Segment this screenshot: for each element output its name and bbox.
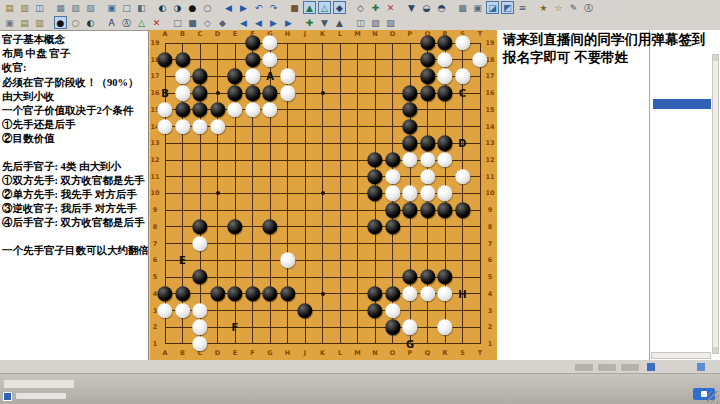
- coord-number-left: 8: [153, 223, 158, 230]
- white-stone[interactable]: [420, 286, 435, 301]
- toolbar-icon[interactable]: ▶: [237, 1, 250, 14]
- lecture-line: 官子基本概念: [2, 33, 147, 47]
- black-stone[interactable]: [157, 286, 172, 301]
- white-stone[interactable]: [472, 52, 487, 67]
- coord-letter-bottom: B: [180, 349, 185, 356]
- black-stone[interactable]: [385, 286, 400, 301]
- black-stone[interactable]: [227, 69, 242, 84]
- black-stone[interactable]: [420, 85, 435, 100]
- grid-line-v: [357, 43, 358, 344]
- white-stone[interactable]: [437, 52, 452, 67]
- toolbar-icon[interactable]: ●: [186, 1, 199, 14]
- lecture-line: [2, 147, 147, 160]
- coord-number-right: 13: [485, 140, 494, 147]
- toolbar-icon[interactable]: ☆: [552, 1, 565, 14]
- coord-letter-bottom: L: [338, 349, 342, 356]
- coord-number-right: 11: [485, 173, 494, 180]
- vertical-scrollbar[interactable]: [712, 54, 719, 354]
- white-stone[interactable]: [157, 102, 172, 117]
- lecture-line: 由大到小收: [2, 90, 147, 104]
- toolbar-icon[interactable]: ◒: [420, 1, 433, 14]
- toolbar-icon[interactable]: ▼: [405, 1, 418, 14]
- white-stone[interactable]: [437, 286, 452, 301]
- coord-letter-top: M: [354, 31, 360, 38]
- coord-number-right: 9: [488, 207, 493, 214]
- coord-number-left: 16: [150, 90, 159, 97]
- white-stone[interactable]: [280, 253, 295, 268]
- toolbar-icon[interactable]: ▣: [3, 16, 16, 29]
- lecture-line: ④后手官子: 双方收官都是后手: [2, 216, 147, 230]
- toolbar-icon[interactable]: ▣: [105, 1, 118, 14]
- black-stone[interactable]: [227, 219, 242, 234]
- coord-letter-top: T: [478, 31, 482, 38]
- black-stone[interactable]: [385, 320, 400, 335]
- status-info-text: [16, 393, 66, 399]
- white-stone[interactable]: [175, 69, 190, 84]
- white-stone[interactable]: [192, 320, 207, 335]
- toolbar-icon[interactable]: ■: [288, 1, 301, 14]
- black-stone[interactable]: [420, 136, 435, 151]
- toolbar-icon[interactable]: ◐: [84, 16, 97, 29]
- toolbar-icon[interactable]: ✚: [369, 1, 382, 14]
- toolbar-icon[interactable]: ▤: [3, 1, 16, 14]
- toolbar-icon[interactable]: ▤: [18, 16, 31, 29]
- grid-line-h: [165, 243, 480, 244]
- toolbar-icon[interactable]: ◇: [201, 16, 214, 29]
- black-stone[interactable]: [437, 85, 452, 100]
- white-stone[interactable]: [385, 169, 400, 184]
- white-stone[interactable]: [175, 85, 190, 100]
- coord-number-right: 10: [485, 190, 494, 197]
- black-stone[interactable]: [245, 85, 260, 100]
- coord-number-left: 13: [150, 140, 159, 147]
- coord-number-left: 10: [150, 190, 159, 197]
- white-stone[interactable]: [157, 303, 172, 318]
- coord-number-right: 1: [488, 340, 493, 347]
- toolbar-separator: [98, 1, 104, 14]
- toolbar-icon[interactable]: ◆: [333, 1, 346, 14]
- coord-number-left: 5: [153, 274, 158, 281]
- right-panel: 请来到直播间的同学们用弹幕签到 报名字即可 不要带姓: [497, 30, 720, 360]
- white-stone[interactable]: [175, 303, 190, 318]
- toolbar-row-1: ▤▥◫▦▧▨▣□◧◐◑●○◀▶↶↷■▲△◆◇✚✕▼◒◓▩▣◪◩≡★☆✎Ⓐ: [2, 1, 596, 16]
- white-stone[interactable]: [385, 186, 400, 201]
- toolbar: ▤▥◫▦▧▨▣□◧◐◑●○◀▶↶↷■▲△◆◇✚✕▼◒◓▩▣◪◩≡★☆✎Ⓐ ▣▤▥…: [0, 0, 720, 31]
- lecture-line: 布局 中盘 官子: [2, 47, 147, 61]
- lecture-line: ②单方先手: 我先手 对方后手: [2, 188, 147, 202]
- go-board[interactable]: AABBCCDDEEFFGGHHJJKKLLMMNNOOPPQQRRSSTT19…: [150, 30, 497, 360]
- coord-number-left: 9: [153, 207, 158, 214]
- grid-line-h: [165, 226, 480, 227]
- black-stone[interactable]: [420, 269, 435, 284]
- coord-number-right: 19: [485, 40, 494, 47]
- white-stone[interactable]: [455, 35, 470, 50]
- lecture-line: ①先手还是后手: [2, 118, 147, 132]
- white-stone[interactable]: [455, 69, 470, 84]
- white-stone[interactable]: [437, 320, 452, 335]
- black-stone[interactable]: [245, 286, 260, 301]
- black-stone[interactable]: [385, 202, 400, 217]
- announcement-line-2: 报名字即可 不要带姓: [503, 49, 719, 67]
- toolbar-icon[interactable]: ▩: [456, 1, 469, 14]
- toolbar-icon[interactable]: ✕: [150, 16, 163, 29]
- lecture-line: 必须在官子阶段收！（90%）: [2, 76, 147, 90]
- black-stone[interactable]: [175, 286, 190, 301]
- black-stone[interactable]: [402, 102, 417, 117]
- coord-number-right: 7: [488, 240, 493, 247]
- white-stone[interactable]: [245, 69, 260, 84]
- black-stone[interactable]: [175, 102, 190, 117]
- black-stone[interactable]: [402, 136, 417, 151]
- toolbar-separator: [215, 1, 221, 14]
- status-mode-text: [4, 380, 74, 388]
- lecture-line: [2, 231, 147, 244]
- toolbar-separator: [47, 1, 53, 14]
- white-stone[interactable]: [245, 102, 260, 117]
- announcement-line-1: 请来到直播间的同学们用弹幕签到: [503, 31, 719, 49]
- toolbar-separator: [347, 1, 353, 14]
- lecture-line: ②目数价值: [2, 132, 147, 146]
- move-list-selected-row[interactable]: [653, 99, 711, 109]
- coord-number-right: 2: [488, 324, 493, 331]
- pager-bar: [0, 361, 720, 374]
- black-stone[interactable]: [385, 219, 400, 234]
- coord-number-right: 14: [485, 123, 494, 130]
- toolbar-icon[interactable]: ◐: [156, 1, 169, 14]
- black-stone[interactable]: [367, 219, 382, 234]
- coord-letter-bottom: A: [162, 349, 167, 356]
- coord-letter-top: H: [285, 31, 290, 38]
- white-stone[interactable]: [420, 169, 435, 184]
- black-stone[interactable]: [367, 169, 382, 184]
- board-label[interactable]: C: [459, 88, 466, 99]
- toolbar-icon[interactable]: ✎: [567, 1, 580, 14]
- toolbar-icon[interactable]: ▨: [84, 1, 97, 14]
- toolbar-icon[interactable]: △: [318, 1, 331, 14]
- panel-divider: [649, 30, 650, 360]
- grid-line-h: [165, 310, 480, 311]
- black-stone[interactable]: [402, 269, 417, 284]
- coord-number-left: 1: [153, 340, 158, 347]
- board-label[interactable]: A: [266, 71, 274, 82]
- coord-number-right: 12: [485, 157, 494, 164]
- grid-line-h: [165, 327, 480, 328]
- toolbar-icon[interactable]: ◪: [486, 1, 499, 14]
- horizontal-scrollbar[interactable]: [651, 352, 711, 359]
- lecture-line: ③逆收官子: 我后手 对方先手: [2, 202, 147, 216]
- toolbar-icon[interactable]: ▲: [333, 16, 346, 29]
- toolbar-separator: [281, 1, 287, 14]
- coord-letter-bottom: Q: [425, 349, 431, 356]
- coord-letter-bottom: H: [285, 349, 290, 356]
- white-stone[interactable]: [437, 186, 452, 201]
- grid-line-v: [480, 43, 481, 344]
- black-stone[interactable]: [262, 219, 277, 234]
- coord-letter-top: N: [372, 31, 377, 38]
- lecture-line: 一个官子价值取决于2个条件: [2, 104, 147, 118]
- white-stone[interactable]: [280, 69, 295, 84]
- black-stone[interactable]: [437, 136, 452, 151]
- toolbar-icon[interactable]: ○: [201, 1, 214, 14]
- toolbar-icon[interactable]: ≡: [516, 1, 529, 14]
- toolbar-icon[interactable]: ◆: [216, 16, 229, 29]
- black-stone[interactable]: [367, 152, 382, 167]
- white-stone[interactable]: [262, 52, 277, 67]
- toolbar-icon[interactable]: ▦: [54, 1, 67, 14]
- black-stone[interactable]: [402, 202, 417, 217]
- black-stone[interactable]: [175, 52, 190, 67]
- toolbar-icon[interactable]: ↶: [252, 1, 265, 14]
- toolbar-separator: [449, 1, 455, 14]
- coord-letter-bottom: E: [233, 349, 237, 356]
- coord-number-right: 8: [488, 223, 493, 230]
- toolbar-icon[interactable]: □: [120, 1, 133, 14]
- grid-line-h: [165, 260, 480, 261]
- toolbar-icon[interactable]: ●: [54, 16, 67, 29]
- lecture-line: ①双方先手: 双方收官都是先手: [2, 174, 147, 188]
- toolbar-icon[interactable]: Ⓐ: [120, 16, 133, 29]
- coord-letter-top: D: [215, 31, 220, 38]
- white-stone[interactable]: [192, 336, 207, 351]
- toolbar-icon[interactable]: ◫: [354, 16, 367, 29]
- coord-letter-top: J: [304, 31, 306, 38]
- coord-number-left: 12: [150, 157, 159, 164]
- toolbar-separator: [398, 1, 404, 14]
- white-stone[interactable]: [192, 119, 207, 134]
- black-stone[interactable]: [437, 269, 452, 284]
- lecture-line: 一个先手官子目数可以大约翻倍: [2, 244, 147, 258]
- coord-number-left: 6: [153, 257, 158, 264]
- coord-number-left: 19: [150, 40, 159, 47]
- white-stone[interactable]: [402, 320, 417, 335]
- lecture-notes-panel: 官子基本概念布局 中盘 官子收官:必须在官子阶段收！（90%）由大到小收一个官子…: [0, 31, 149, 360]
- toolbar-icon[interactable]: ▨: [384, 16, 397, 29]
- coord-number-right: 16: [485, 90, 494, 97]
- toolbar-icon[interactable]: ▲: [303, 1, 316, 14]
- white-stone[interactable]: [192, 236, 207, 251]
- toolbar-icon[interactable]: ▥: [33, 16, 46, 29]
- white-stone[interactable]: [192, 303, 207, 318]
- star-point: [321, 91, 325, 95]
- white-stone[interactable]: [437, 152, 452, 167]
- black-stone[interactable]: [192, 219, 207, 234]
- toolbar-icon[interactable]: ○: [69, 16, 82, 29]
- black-stone[interactable]: [455, 202, 470, 217]
- coord-letter-top: A: [162, 31, 167, 38]
- toolbar-icon[interactable]: ▧: [369, 16, 382, 29]
- toolbar-separator: [530, 1, 536, 14]
- toolbar-icon[interactable]: ▣: [471, 1, 484, 14]
- white-stone[interactable]: [402, 186, 417, 201]
- coord-letter-top: E: [233, 31, 237, 38]
- board-label[interactable]: E: [179, 255, 186, 266]
- toolbar-separator: [296, 16, 302, 29]
- black-stone[interactable]: [437, 35, 452, 50]
- coord-letter-bottom: K: [320, 349, 325, 356]
- toolbar-icon[interactable]: ↷: [267, 1, 280, 14]
- toolbar-icon[interactable]: □: [171, 16, 184, 29]
- toolbar-separator: [230, 16, 236, 29]
- resize-grip[interactable]: [707, 391, 719, 403]
- coord-letter-top: P: [408, 31, 413, 38]
- black-stone[interactable]: [280, 286, 295, 301]
- coord-letter-bottom: T: [478, 349, 482, 356]
- coord-letter-bottom: N: [372, 349, 377, 356]
- pager-icon[interactable]: [647, 363, 655, 371]
- black-stone[interactable]: [192, 269, 207, 284]
- white-stone[interactable]: [280, 85, 295, 100]
- coord-number-right: 3: [488, 307, 493, 314]
- toolbar-icon[interactable]: ◀: [222, 1, 235, 14]
- coord-letter-top: B: [180, 31, 185, 38]
- toolbar-icon[interactable]: Ⓐ: [582, 1, 595, 14]
- coord-letter-bottom: R: [442, 349, 447, 356]
- board-label[interactable]: G: [406, 338, 414, 349]
- coord-number-left: 11: [150, 173, 159, 180]
- coord-number-left: 7: [153, 240, 158, 247]
- toolbar-icon[interactable]: ★: [537, 1, 550, 14]
- black-stone[interactable]: [367, 303, 382, 318]
- white-stone[interactable]: [175, 119, 190, 134]
- black-stone[interactable]: [192, 102, 207, 117]
- toolbar-icon[interactable]: ▧: [69, 1, 82, 14]
- coord-letter-bottom: S: [460, 349, 465, 356]
- white-stone[interactable]: [157, 119, 172, 134]
- white-stone[interactable]: [262, 102, 277, 117]
- black-stone[interactable]: [420, 52, 435, 67]
- coord-number-right: 6: [488, 257, 493, 264]
- coord-letter-top: O: [390, 31, 396, 38]
- white-stone[interactable]: [402, 286, 417, 301]
- board-label[interactable]: D: [458, 138, 466, 149]
- toolbar-separator: [149, 1, 155, 14]
- black-stone[interactable]: [297, 303, 312, 318]
- black-stone[interactable]: [367, 186, 382, 201]
- toolbar-separator: [164, 16, 170, 29]
- black-stone[interactable]: [367, 286, 382, 301]
- coord-letter-bottom: P: [408, 349, 413, 356]
- coord-number-left: 2: [153, 324, 158, 331]
- black-stone[interactable]: [262, 286, 277, 301]
- toolbar-icon[interactable]: ▼: [318, 16, 331, 29]
- coord-number-right: 17: [485, 73, 494, 80]
- toolbar-icon[interactable]: ▶: [282, 16, 295, 29]
- black-stone[interactable]: [262, 85, 277, 100]
- toolbar-separator: [47, 16, 53, 29]
- white-stone[interactable]: [262, 35, 277, 50]
- coord-letter-bottom: M: [354, 349, 360, 356]
- white-stone[interactable]: [420, 152, 435, 167]
- coord-letter-bottom: J: [304, 349, 306, 356]
- black-stone[interactable]: [402, 85, 417, 100]
- board-label[interactable]: F: [232, 322, 239, 333]
- black-stone[interactable]: [192, 85, 207, 100]
- black-stone[interactable]: [437, 202, 452, 217]
- status-app-icon: [3, 392, 12, 401]
- board-label[interactable]: B: [161, 88, 169, 99]
- toolbar-icon[interactable]: ◇: [354, 1, 367, 14]
- coord-letter-top: C: [198, 31, 203, 38]
- black-stone[interactable]: [227, 85, 242, 100]
- toolbar-icon[interactable]: ▥: [18, 1, 31, 14]
- pager-mini-icon[interactable]: [697, 363, 705, 371]
- grid-line-h: [165, 343, 480, 344]
- announcement-text: 请来到直播间的同学们用弹幕签到 报名字即可 不要带姓: [503, 31, 719, 66]
- white-stone[interactable]: [437, 69, 452, 84]
- black-stone[interactable]: [210, 286, 225, 301]
- coord-letter-bottom: D: [215, 349, 220, 356]
- pager-button-next[interactable]: [598, 364, 616, 371]
- pager-label: [621, 364, 639, 371]
- toolbar-separator: [347, 16, 353, 29]
- black-stone[interactable]: [245, 35, 260, 50]
- toolbar-icon[interactable]: ✚: [303, 16, 316, 29]
- lecture-line: 收官:: [2, 61, 147, 75]
- black-stone[interactable]: [420, 202, 435, 217]
- coord-letter-bottom: G: [267, 349, 272, 356]
- star-point: [216, 91, 220, 95]
- board-label[interactable]: H: [458, 288, 466, 299]
- black-stone[interactable]: [385, 152, 400, 167]
- coord-letter-top: K: [320, 31, 325, 38]
- coord-number-right: 5: [488, 274, 493, 281]
- toolbar-separator: [98, 16, 104, 29]
- coord-number-right: 15: [485, 106, 494, 113]
- black-stone[interactable]: [420, 69, 435, 84]
- scroll-down-button[interactable]: [713, 347, 718, 353]
- coord-number-left: 17: [150, 73, 159, 80]
- pager-button-prev[interactable]: [575, 364, 593, 371]
- coord-letter-top: L: [338, 31, 342, 38]
- white-stone[interactable]: [402, 152, 417, 167]
- black-stone[interactable]: [402, 119, 417, 134]
- status-bar: [0, 374, 720, 404]
- lecture-line: 先后手官子: 4类 由大到小: [2, 160, 147, 174]
- toolbar-icon[interactable]: ◧: [135, 1, 148, 14]
- toolbar-icon[interactable]: ◀: [252, 16, 265, 29]
- toolbar-icon[interactable]: ◫: [33, 1, 46, 14]
- black-stone[interactable]: [192, 69, 207, 84]
- white-stone[interactable]: [420, 186, 435, 201]
- coord-number-right: 4: [488, 290, 493, 297]
- white-stone[interactable]: [227, 102, 242, 117]
- toolbar-icon[interactable]: ✕: [384, 1, 397, 14]
- white-stone[interactable]: [385, 303, 400, 318]
- toolbar-icon[interactable]: △: [135, 16, 148, 29]
- white-stone[interactable]: [455, 169, 470, 184]
- toolbar-icon[interactable]: ◑: [171, 1, 184, 14]
- black-stone[interactable]: [245, 52, 260, 67]
- black-stone[interactable]: [157, 52, 172, 67]
- toolbar-icon[interactable]: ■: [186, 16, 199, 29]
- black-stone[interactable]: [227, 286, 242, 301]
- coord-letter-bottom: F: [250, 349, 254, 356]
- toolbar-icon[interactable]: A: [105, 16, 118, 29]
- grid-line-v: [340, 43, 341, 344]
- toolbar-icon[interactable]: ◩: [501, 1, 514, 14]
- coord-letter-bottom: O: [390, 349, 396, 356]
- star-point: [321, 292, 325, 296]
- black-stone[interactable]: [420, 35, 435, 50]
- toolbar-icon[interactable]: ▶: [267, 16, 280, 29]
- white-stone[interactable]: [210, 119, 225, 134]
- toolbar-icon[interactable]: ◀: [237, 16, 250, 29]
- black-stone[interactable]: [210, 102, 225, 117]
- toolbar-icon[interactable]: ◓: [435, 1, 448, 14]
